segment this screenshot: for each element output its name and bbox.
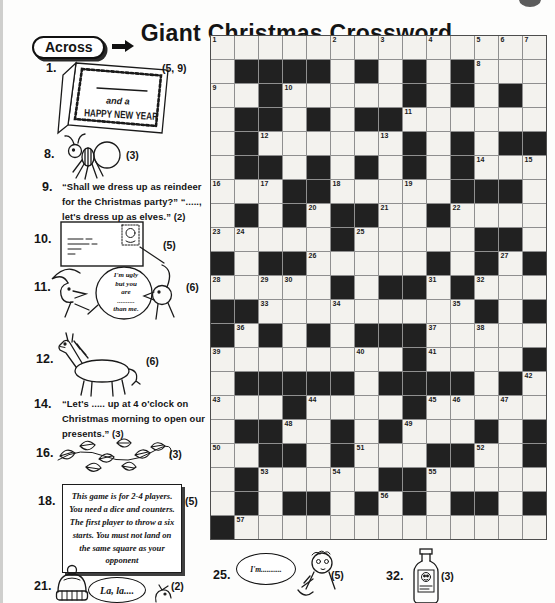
white-cell[interactable]: 28 <box>211 276 234 299</box>
answer-length: (3) <box>126 149 139 161</box>
white-cell[interactable] <box>379 516 402 539</box>
white-cell[interactable]: 40 <box>355 348 378 371</box>
white-cell[interactable]: 27 <box>499 252 522 275</box>
white-cell[interactable] <box>355 36 378 59</box>
scan-artifact <box>519 0 541 7</box>
black-cell <box>307 492 330 515</box>
cell-number: 4 <box>429 36 433 45</box>
white-cell[interactable] <box>307 348 330 371</box>
white-cell[interactable]: 39 <box>211 348 234 371</box>
clue-number: 12. <box>36 352 53 366</box>
white-cell[interactable] <box>523 276 546 299</box>
white-cell[interactable] <box>355 252 378 275</box>
black-cell <box>523 420 546 443</box>
white-cell[interactable] <box>331 396 354 419</box>
white-cell[interactable]: 54 <box>331 468 354 491</box>
white-cell[interactable] <box>475 516 498 539</box>
ivy-leaves-illustration <box>56 434 171 480</box>
black-cell <box>355 204 378 227</box>
answer-length: (6) <box>146 355 159 367</box>
game-rules-box: This game is for 2-4 players. You need a… <box>62 484 182 573</box>
white-cell[interactable] <box>283 348 306 371</box>
white-cell[interactable] <box>427 156 450 179</box>
cell-number: 34 <box>333 300 341 309</box>
cell-number: 42 <box>525 372 533 381</box>
black-cell <box>307 372 330 395</box>
black-cell <box>331 204 354 227</box>
white-cell[interactable]: 25 <box>355 228 378 251</box>
black-cell <box>379 108 402 131</box>
white-cell[interactable] <box>403 252 426 275</box>
white-cell[interactable] <box>355 468 378 491</box>
black-cell <box>283 180 306 203</box>
black-cell <box>235 108 258 131</box>
white-cell[interactable] <box>523 84 546 107</box>
white-cell[interactable]: 53 <box>259 468 282 491</box>
clue-number: 16. <box>36 446 53 460</box>
white-cell[interactable]: 48 <box>283 420 306 443</box>
white-cell[interactable] <box>283 36 306 59</box>
white-cell[interactable]: 10 <box>283 84 306 107</box>
cell-number: 27 <box>501 252 509 261</box>
envelope-with-stamp-illustration <box>60 221 166 269</box>
white-cell[interactable] <box>307 516 330 539</box>
black-cell <box>235 300 258 323</box>
white-cell[interactable]: 41 <box>427 348 450 371</box>
white-cell[interactable] <box>331 516 354 539</box>
white-cell[interactable] <box>283 108 306 131</box>
christmas-card-illustration: and a HAPPY NEW YEAR <box>56 57 171 142</box>
white-cell[interactable] <box>235 180 258 203</box>
white-cell[interactable] <box>331 156 354 179</box>
white-cell[interactable] <box>259 492 282 515</box>
white-cell[interactable] <box>355 372 378 395</box>
white-cell[interactable]: 21 <box>379 204 402 227</box>
black-cell <box>307 180 330 203</box>
white-cell[interactable] <box>307 444 330 467</box>
white-cell[interactable] <box>523 516 546 539</box>
white-cell[interactable]: 32 <box>475 276 498 299</box>
white-cell[interactable]: 31 <box>427 276 450 299</box>
crossword-grid[interactable]: 1234567891011121314151617181920212223242… <box>210 35 547 540</box>
cell-number: 44 <box>309 396 317 405</box>
white-cell[interactable] <box>307 228 330 251</box>
white-cell[interactable] <box>235 276 258 299</box>
black-cell <box>451 492 474 515</box>
white-cell[interactable] <box>427 420 450 443</box>
card-text-line1: and a <box>106 95 130 106</box>
white-cell[interactable] <box>379 396 402 419</box>
white-cell[interactable] <box>523 204 546 227</box>
white-cell[interactable] <box>475 132 498 155</box>
white-cell[interactable] <box>331 492 354 515</box>
white-cell[interactable] <box>379 348 402 371</box>
white-cell[interactable]: 34 <box>331 300 354 323</box>
white-cell[interactable] <box>307 468 330 491</box>
white-cell[interactable] <box>427 228 450 251</box>
cell-number: 23 <box>213 228 221 237</box>
white-cell[interactable]: 50 <box>211 444 234 467</box>
white-cell[interactable] <box>499 348 522 371</box>
white-cell[interactable] <box>379 60 402 83</box>
white-cell[interactable]: 36 <box>235 324 258 347</box>
black-cell <box>523 444 546 467</box>
white-cell[interactable] <box>499 468 522 491</box>
white-cell[interactable] <box>379 180 402 203</box>
white-cell[interactable]: 30 <box>283 276 306 299</box>
cell-number: 53 <box>261 468 269 477</box>
cell-number: 33 <box>261 300 269 309</box>
donkey-illustration <box>56 331 154 397</box>
cell-number: 28 <box>213 276 221 285</box>
white-cell[interactable] <box>211 372 234 395</box>
white-cell[interactable]: 5 <box>475 36 498 59</box>
black-cell <box>451 60 474 83</box>
white-cell[interactable] <box>451 516 474 539</box>
white-cell[interactable] <box>283 468 306 491</box>
white-cell[interactable]: 11 <box>403 108 426 131</box>
cell-number: 48 <box>285 420 293 429</box>
white-cell[interactable]: 12 <box>259 132 282 155</box>
white-cell[interactable] <box>211 468 234 491</box>
black-cell <box>403 396 426 419</box>
white-cell[interactable] <box>499 492 522 515</box>
white-cell[interactable] <box>379 252 402 275</box>
cell-number: 25 <box>357 228 365 237</box>
clue-number: 9. <box>42 180 52 194</box>
black-cell <box>235 468 258 491</box>
cell-number: 57 <box>237 516 245 525</box>
clue-number: 14. <box>34 397 51 411</box>
white-cell[interactable] <box>523 396 546 419</box>
white-cell[interactable]: 38 <box>475 324 498 347</box>
white-cell[interactable] <box>355 84 378 107</box>
white-cell[interactable] <box>355 516 378 539</box>
white-cell[interactable] <box>427 132 450 155</box>
black-cell <box>523 132 546 155</box>
white-cell[interactable] <box>259 348 282 371</box>
black-cell <box>475 492 498 515</box>
white-cell[interactable] <box>451 348 474 371</box>
answer-length: (5) <box>163 239 176 251</box>
cell-number: 6 <box>501 36 505 45</box>
white-cell[interactable]: 4 <box>427 36 450 59</box>
white-cell[interactable] <box>379 228 402 251</box>
answer-length: (5, 9) <box>162 62 187 74</box>
white-cell[interactable] <box>475 348 498 371</box>
white-cell[interactable] <box>283 156 306 179</box>
clue-number: 18. <box>38 494 55 508</box>
white-cell[interactable] <box>211 204 234 227</box>
white-cell[interactable] <box>283 324 306 347</box>
white-cell[interactable] <box>379 300 402 323</box>
white-cell[interactable] <box>211 132 234 155</box>
white-cell[interactable] <box>499 444 522 467</box>
white-cell[interactable] <box>235 252 258 275</box>
black-cell <box>259 372 282 395</box>
white-cell[interactable] <box>379 156 402 179</box>
white-cell[interactable]: 29 <box>259 276 282 299</box>
white-cell[interactable] <box>451 252 474 275</box>
white-cell[interactable]: 13 <box>379 132 402 155</box>
white-cell[interactable] <box>427 516 450 539</box>
black-cell <box>523 252 546 275</box>
black-cell <box>499 228 522 251</box>
black-cell <box>235 420 258 443</box>
black-cell <box>211 252 234 275</box>
white-cell[interactable] <box>427 84 450 107</box>
cell-number: 1 <box>213 36 217 45</box>
white-cell[interactable]: 8 <box>475 60 498 83</box>
black-cell <box>523 348 546 371</box>
white-cell[interactable] <box>211 420 234 443</box>
white-cell[interactable]: 52 <box>475 444 498 467</box>
white-cell[interactable]: 22 <box>451 204 474 227</box>
white-cell[interactable] <box>403 300 426 323</box>
white-cell[interactable]: 19 <box>403 180 426 203</box>
white-cell[interactable] <box>379 84 402 107</box>
black-cell <box>259 420 282 443</box>
white-cell[interactable]: 56 <box>379 492 402 515</box>
white-cell[interactable] <box>499 420 522 443</box>
white-cell[interactable] <box>523 108 546 131</box>
white-cell[interactable] <box>331 252 354 275</box>
across-header-button[interactable]: Across <box>32 36 105 59</box>
white-cell[interactable] <box>499 276 522 299</box>
white-cell[interactable]: 14 <box>475 156 498 179</box>
white-cell[interactable] <box>475 84 498 107</box>
white-cell[interactable] <box>259 396 282 419</box>
white-cell[interactable] <box>403 516 426 539</box>
white-cell[interactable] <box>307 300 330 323</box>
black-cell <box>475 420 498 443</box>
white-cell[interactable] <box>427 300 450 323</box>
black-cell <box>259 156 282 179</box>
white-cell[interactable] <box>331 348 354 371</box>
white-cell[interactable]: 24 <box>235 228 258 251</box>
white-cell[interactable]: 9 <box>211 84 234 107</box>
white-cell[interactable]: 46 <box>451 396 474 419</box>
cell-number: 31 <box>429 276 437 285</box>
white-cell[interactable] <box>523 468 546 491</box>
white-cell[interactable]: 2 <box>331 36 354 59</box>
white-cell[interactable] <box>523 60 546 83</box>
white-cell[interactable] <box>475 396 498 419</box>
white-cell[interactable]: 43 <box>211 396 234 419</box>
white-cell[interactable]: 47 <box>499 396 522 419</box>
cell-number: 55 <box>429 468 437 477</box>
white-cell[interactable] <box>499 204 522 227</box>
black-cell <box>235 60 258 83</box>
white-cell[interactable] <box>499 516 522 539</box>
white-cell[interactable]: 16 <box>211 180 234 203</box>
white-cell[interactable] <box>499 108 522 131</box>
white-cell[interactable] <box>403 204 426 227</box>
white-cell[interactable]: 45 <box>427 396 450 419</box>
white-cell[interactable] <box>475 468 498 491</box>
white-cell[interactable] <box>259 516 282 539</box>
bobble-hat-illustration <box>54 564 90 603</box>
white-cell[interactable] <box>379 444 402 467</box>
black-cell <box>283 372 306 395</box>
white-cell[interactable]: 26 <box>307 252 330 275</box>
black-cell <box>451 180 474 203</box>
white-cell[interactable]: 7 <box>523 36 546 59</box>
white-cell[interactable]: 33 <box>259 300 282 323</box>
white-cell[interactable]: 37 <box>427 324 450 347</box>
white-cell[interactable] <box>355 276 378 299</box>
white-cell[interactable] <box>211 60 234 83</box>
white-cell[interactable]: 18 <box>331 180 354 203</box>
white-cell[interactable] <box>451 36 474 59</box>
cell-number: 38 <box>477 324 485 333</box>
white-cell[interactable] <box>283 300 306 323</box>
cell-number: 13 <box>381 132 389 141</box>
white-cell[interactable] <box>331 324 354 347</box>
black-cell <box>379 276 402 299</box>
clue-number: 10. <box>34 232 51 246</box>
white-cell[interactable] <box>355 180 378 203</box>
white-cell[interactable] <box>499 60 522 83</box>
white-cell[interactable]: 15 <box>523 156 546 179</box>
white-cell[interactable] <box>427 180 450 203</box>
cell-number: 16 <box>213 180 221 189</box>
black-cell <box>307 108 330 131</box>
black-cell <box>355 324 378 347</box>
black-cell <box>331 444 354 467</box>
cell-number: 10 <box>285 84 293 93</box>
white-cell[interactable] <box>451 324 474 347</box>
white-cell[interactable]: 55 <box>427 468 450 491</box>
white-cell[interactable] <box>259 36 282 59</box>
clue-text: “Shall we dress up as reindeer for the C… <box>62 179 212 224</box>
cell-number: 29 <box>261 276 269 285</box>
white-cell[interactable]: 44 <box>307 396 330 419</box>
white-cell[interactable] <box>355 420 378 443</box>
white-cell[interactable] <box>307 276 330 299</box>
black-cell <box>475 300 498 323</box>
black-cell <box>403 348 426 371</box>
white-cell[interactable] <box>427 492 450 515</box>
white-cell[interactable] <box>523 324 546 347</box>
cell-number: 30 <box>285 276 293 285</box>
black-cell <box>451 132 474 155</box>
white-cell[interactable] <box>235 84 258 107</box>
white-cell[interactable]: 23 <box>211 228 234 251</box>
cell-number: 41 <box>429 348 437 357</box>
white-cell[interactable] <box>331 60 354 83</box>
white-cell[interactable] <box>427 108 450 131</box>
white-cell[interactable]: 49 <box>403 420 426 443</box>
cell-number: 54 <box>333 468 341 477</box>
white-cell[interactable] <box>499 324 522 347</box>
white-cell[interactable] <box>499 156 522 179</box>
black-cell <box>451 372 474 395</box>
white-cell[interactable] <box>499 300 522 323</box>
white-cell[interactable]: 35 <box>451 300 474 323</box>
cell-number: 17 <box>261 180 269 189</box>
white-cell[interactable] <box>307 132 330 155</box>
speech-bubble-text: I'm ugly but you are .......... than me. <box>98 271 154 314</box>
white-cell[interactable] <box>283 228 306 251</box>
white-cell[interactable] <box>403 36 426 59</box>
white-cell[interactable] <box>211 156 234 179</box>
white-cell[interactable] <box>235 444 258 467</box>
black-cell <box>403 84 426 107</box>
white-cell[interactable] <box>235 396 258 419</box>
white-cell[interactable] <box>475 108 498 131</box>
white-cell[interactable]: 51 <box>355 444 378 467</box>
black-cell <box>283 252 306 275</box>
clue-number: 8. <box>44 147 54 161</box>
white-cell[interactable]: 6 <box>499 36 522 59</box>
white-cell[interactable]: 1 <box>211 36 234 59</box>
white-cell[interactable] <box>523 228 546 251</box>
white-cell[interactable] <box>235 36 258 59</box>
black-cell <box>355 60 378 83</box>
white-cell[interactable]: 42 <box>523 372 546 395</box>
white-cell[interactable] <box>307 36 330 59</box>
white-cell[interactable] <box>451 468 474 491</box>
white-cell[interactable]: 20 <box>307 204 330 227</box>
white-cell[interactable] <box>259 228 282 251</box>
white-cell[interactable] <box>451 108 474 131</box>
white-cell[interactable] <box>307 84 330 107</box>
white-cell[interactable] <box>355 300 378 323</box>
white-cell[interactable] <box>403 444 426 467</box>
black-cell <box>451 156 474 179</box>
white-cell[interactable] <box>283 516 306 539</box>
cell-number: 43 <box>213 396 221 405</box>
black-cell <box>403 468 426 491</box>
black-cell <box>331 372 354 395</box>
white-cell[interactable] <box>331 132 354 155</box>
white-cell[interactable] <box>211 492 234 515</box>
white-cell[interactable] <box>211 108 234 131</box>
white-cell[interactable] <box>331 108 354 131</box>
white-cell[interactable] <box>283 132 306 155</box>
white-cell[interactable] <box>331 84 354 107</box>
white-cell[interactable]: 17 <box>259 180 282 203</box>
white-cell[interactable] <box>355 396 378 419</box>
white-cell[interactable] <box>235 348 258 371</box>
cell-number: 56 <box>381 492 389 501</box>
white-cell[interactable]: 3 <box>379 36 402 59</box>
white-cell[interactable] <box>355 132 378 155</box>
black-cell <box>235 132 258 155</box>
cell-number: 9 <box>213 84 217 93</box>
white-cell[interactable] <box>523 180 546 203</box>
white-cell[interactable] <box>307 420 330 443</box>
white-cell[interactable] <box>475 204 498 227</box>
black-cell <box>475 252 498 275</box>
white-cell[interactable] <box>403 228 426 251</box>
white-cell[interactable] <box>451 420 474 443</box>
white-cell[interactable] <box>259 204 282 227</box>
cell-number: 40 <box>357 348 365 357</box>
white-cell[interactable] <box>475 372 498 395</box>
black-cell <box>355 108 378 131</box>
answer-length: (5) <box>185 495 198 507</box>
black-cell <box>427 372 450 395</box>
cell-number: 36 <box>237 324 245 333</box>
speech-bubble: I'm........... <box>236 553 296 585</box>
scan-edge-artifact <box>0 0 3 603</box>
white-cell[interactable]: 57 <box>235 516 258 539</box>
black-cell <box>331 228 354 251</box>
white-cell[interactable] <box>427 60 450 83</box>
white-cell[interactable] <box>451 228 474 251</box>
